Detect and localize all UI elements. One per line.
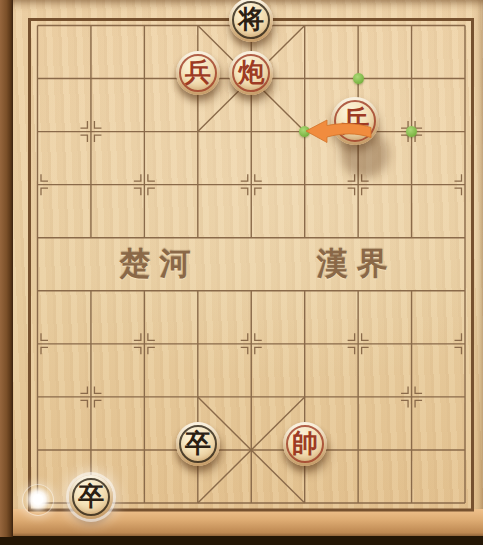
intersection-grid[interactable]: 将兵炮兵卒帥卒 xyxy=(11,0,483,529)
piece-black-general[interactable]: 将 xyxy=(229,0,273,42)
piece-black-soldier-b[interactable]: 卒 xyxy=(69,475,113,519)
piece-glyph: 卒 xyxy=(69,475,113,519)
xiangqi-board[interactable]: 楚河 漢界 将兵炮兵卒帥卒 xyxy=(0,0,483,545)
piece-red-cannon[interactable]: 炮 xyxy=(229,51,273,95)
move-hint-dot[interactable] xyxy=(353,73,364,84)
piece-red-general[interactable]: 帥 xyxy=(283,422,327,466)
hint-arrow-icon xyxy=(303,116,373,146)
piece-glyph: 帥 xyxy=(283,422,327,466)
piece-red-soldier-a[interactable]: 兵 xyxy=(176,51,220,95)
piece-black-soldier-a[interactable]: 卒 xyxy=(176,422,220,466)
piece-glyph: 将 xyxy=(229,0,273,42)
move-hint-dot[interactable] xyxy=(406,126,417,137)
piece-glyph: 炮 xyxy=(229,51,273,95)
last-move-marker xyxy=(22,484,54,516)
piece-glyph: 兵 xyxy=(176,51,220,95)
piece-glyph: 卒 xyxy=(176,422,220,466)
